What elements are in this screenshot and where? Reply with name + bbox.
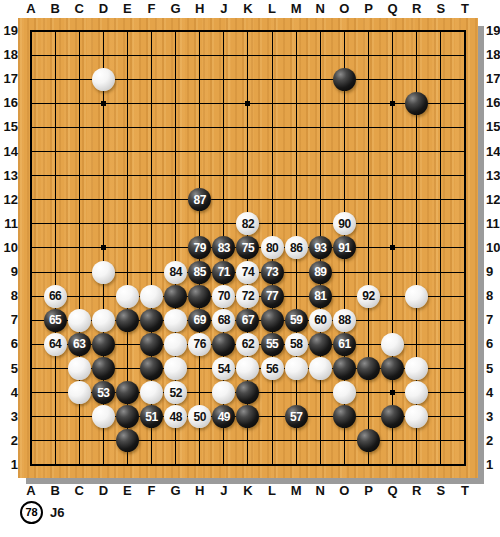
kifu-diagram: 8782907983758086939184857174738966707277… (0, 0, 500, 537)
grid-line-horizontal (31, 440, 465, 441)
black-stone-J9[interactable]: 71 (212, 261, 235, 284)
star-point (101, 101, 106, 106)
star-point (390, 101, 395, 106)
row-label-left-7: 7 (0, 313, 18, 327)
black-stone-H8[interactable] (188, 285, 211, 308)
grid-line-vertical (368, 31, 369, 465)
row-label-left-19: 19 (0, 24, 18, 38)
column-label-bottom-E: E (118, 484, 136, 498)
column-label-bottom-A: A (22, 484, 40, 498)
row-label-left-15: 15 (0, 120, 18, 134)
column-label-top-Q: Q (384, 2, 402, 16)
white-stone-B6[interactable]: 64 (44, 333, 67, 356)
column-label-top-N: N (311, 2, 329, 16)
black-stone-N6[interactable] (309, 333, 332, 356)
row-label-left-11: 11 (0, 217, 18, 231)
move-annotation: 78 J6 (20, 500, 64, 524)
black-stone-L6[interactable]: 55 (261, 333, 284, 356)
white-stone-P8[interactable]: 92 (357, 285, 380, 308)
row-label-left-12: 12 (0, 193, 18, 207)
white-stone-Q6[interactable] (381, 333, 404, 356)
column-label-top-B: B (46, 2, 64, 16)
black-stone-D5[interactable] (92, 357, 115, 380)
black-stone-D6[interactable] (92, 333, 115, 356)
black-stone-O5[interactable] (333, 357, 356, 380)
star-point (390, 245, 395, 250)
column-label-top-S: S (432, 2, 450, 16)
black-stone-H9[interactable]: 85 (188, 261, 211, 284)
row-label-left-14: 14 (0, 145, 18, 159)
goban[interactable]: 8782907983758086939184857174738966707277… (18, 18, 478, 478)
column-label-bottom-N: N (311, 484, 329, 498)
column-label-top-E: E (118, 2, 136, 16)
row-label-right-1: 1 (486, 458, 500, 472)
column-label-top-G: G (167, 2, 185, 16)
black-stone-G8[interactable] (164, 285, 187, 308)
row-label-left-13: 13 (0, 169, 18, 183)
column-label-bottom-M: M (287, 484, 305, 498)
white-stone-O4[interactable] (333, 381, 356, 404)
row-label-right-2: 2 (486, 434, 500, 448)
white-stone-C4[interactable] (68, 381, 91, 404)
column-label-top-D: D (94, 2, 112, 16)
white-stone-D9[interactable] (92, 261, 115, 284)
white-stone-icon: 78 (20, 501, 43, 524)
row-label-right-12: 12 (486, 193, 500, 207)
white-stone-M6[interactable]: 58 (285, 333, 308, 356)
column-label-top-O: O (335, 2, 353, 16)
star-point (101, 245, 106, 250)
black-stone-H7[interactable]: 69 (188, 309, 211, 332)
row-label-right-17: 17 (486, 72, 500, 86)
black-stone-C6[interactable]: 63 (68, 333, 91, 356)
row-label-right-8: 8 (486, 289, 500, 303)
row-label-left-18: 18 (0, 48, 18, 62)
column-label-top-J: J (215, 2, 233, 16)
white-stone-B8[interactable]: 66 (44, 285, 67, 308)
black-stone-F6[interactable] (140, 333, 163, 356)
row-label-right-7: 7 (486, 313, 500, 327)
row-label-left-9: 9 (0, 265, 18, 279)
grid-line-horizontal (31, 464, 465, 465)
white-stone-L5[interactable]: 56 (261, 357, 284, 380)
row-label-right-18: 18 (486, 48, 500, 62)
column-label-bottom-O: O (335, 484, 353, 498)
column-label-bottom-R: R (408, 484, 426, 498)
black-stone-O17[interactable] (333, 68, 356, 91)
row-label-right-5: 5 (486, 362, 500, 376)
column-label-bottom-P: P (360, 484, 378, 498)
move-coordinate: J6 (50, 505, 64, 520)
black-stone-M3[interactable]: 57 (285, 405, 308, 428)
column-label-top-C: C (70, 2, 88, 16)
black-stone-B7[interactable]: 65 (44, 309, 67, 332)
column-label-bottom-K: K (239, 484, 257, 498)
column-label-top-K: K (239, 2, 257, 16)
row-label-right-19: 19 (486, 24, 500, 38)
white-stone-N5[interactable] (309, 357, 332, 380)
row-label-right-3: 3 (486, 410, 500, 424)
row-label-left-10: 10 (0, 241, 18, 255)
black-stone-E7[interactable] (116, 309, 139, 332)
row-label-right-11: 11 (486, 217, 500, 231)
row-label-left-4: 4 (0, 386, 18, 400)
white-stone-K9[interactable]: 74 (236, 261, 259, 284)
row-label-left-5: 5 (0, 362, 18, 376)
white-stone-E8[interactable] (116, 285, 139, 308)
row-label-right-6: 6 (486, 337, 500, 351)
row-label-left-8: 8 (0, 289, 18, 303)
column-label-top-H: H (191, 2, 209, 16)
white-stone-D3[interactable] (92, 405, 115, 428)
column-label-bottom-H: H (191, 484, 209, 498)
white-stone-J8[interactable]: 70 (212, 285, 235, 308)
white-stone-D17[interactable] (92, 68, 115, 91)
column-label-bottom-G: G (167, 484, 185, 498)
column-label-bottom-L: L (263, 484, 281, 498)
white-stone-C5[interactable] (68, 357, 91, 380)
column-label-top-P: P (360, 2, 378, 16)
star-point (390, 390, 395, 395)
black-stone-F7[interactable] (140, 309, 163, 332)
column-label-top-F: F (143, 2, 161, 16)
black-stone-R16[interactable] (405, 92, 428, 115)
white-stone-G6[interactable] (164, 333, 187, 356)
white-stone-G7[interactable] (164, 309, 187, 332)
column-label-top-A: A (22, 2, 40, 16)
column-label-bottom-F: F (143, 484, 161, 498)
column-label-bottom-Q: Q (384, 484, 402, 498)
black-stone-F5[interactable] (140, 357, 163, 380)
grid-line-vertical (440, 31, 441, 465)
column-label-bottom-B: B (46, 484, 64, 498)
white-stone-O7[interactable]: 88 (333, 309, 356, 332)
row-label-right-13: 13 (486, 169, 500, 183)
white-stone-M5[interactable] (285, 357, 308, 380)
black-stone-M7[interactable]: 59 (285, 309, 308, 332)
black-stone-N8[interactable]: 81 (309, 285, 332, 308)
row-label-right-14: 14 (486, 145, 500, 159)
row-label-left-6: 6 (0, 337, 18, 351)
column-label-top-R: R (408, 2, 426, 16)
column-label-top-M: M (287, 2, 305, 16)
row-label-left-2: 2 (0, 434, 18, 448)
white-stone-C7[interactable] (68, 309, 91, 332)
black-stone-L9[interactable]: 73 (261, 261, 284, 284)
black-stone-L8[interactable]: 77 (261, 285, 284, 308)
column-label-top-T: T (456, 2, 474, 16)
row-label-right-4: 4 (486, 386, 500, 400)
row-label-left-17: 17 (0, 72, 18, 86)
row-label-right-10: 10 (486, 241, 500, 255)
black-stone-E4[interactable] (116, 381, 139, 404)
white-stone-D7[interactable] (92, 309, 115, 332)
black-stone-D4[interactable]: 53 (92, 381, 115, 404)
column-label-bottom-J: J (215, 484, 233, 498)
row-label-left-3: 3 (0, 410, 18, 424)
grid-line-vertical (464, 31, 465, 465)
white-stone-R8[interactable] (405, 285, 428, 308)
black-stone-O6[interactable]: 61 (333, 333, 356, 356)
black-stone-L7[interactable] (261, 309, 284, 332)
row-label-right-16: 16 (486, 96, 500, 110)
column-label-bottom-D: D (94, 484, 112, 498)
column-label-bottom-C: C (70, 484, 88, 498)
white-stone-L10[interactable]: 80 (261, 236, 284, 259)
black-stone-N9[interactable]: 89 (309, 261, 332, 284)
row-label-right-9: 9 (486, 265, 500, 279)
white-stone-N7[interactable]: 60 (309, 309, 332, 332)
row-label-left-1: 1 (0, 458, 18, 472)
star-point (245, 101, 250, 106)
row-label-right-15: 15 (486, 120, 500, 134)
white-stone-G9[interactable]: 84 (164, 261, 187, 284)
column-label-bottom-S: S (432, 484, 450, 498)
column-label-bottom-T: T (456, 484, 474, 498)
column-label-top-L: L (263, 2, 281, 16)
row-label-left-16: 16 (0, 96, 18, 110)
white-stone-F8[interactable] (140, 285, 163, 308)
black-stone-P5[interactable] (357, 357, 380, 380)
